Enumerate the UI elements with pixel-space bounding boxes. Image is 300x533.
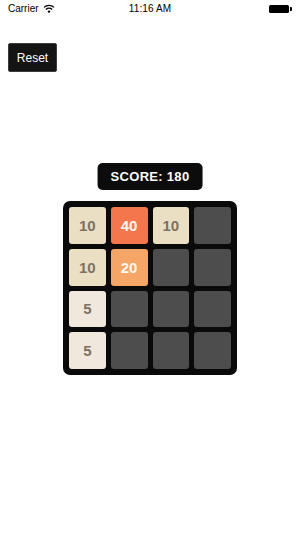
empty-cell bbox=[153, 249, 190, 286]
status-bar: Carrier 11:16 AM bbox=[0, 0, 300, 17]
carrier-label: Carrier bbox=[8, 3, 39, 14]
clock: 11:16 AM bbox=[129, 3, 171, 14]
tile-5: 5 bbox=[69, 291, 106, 328]
empty-cell bbox=[111, 291, 148, 328]
tile-10: 10 bbox=[153, 207, 190, 244]
reset-button[interactable]: Reset bbox=[8, 43, 57, 72]
empty-cell bbox=[194, 332, 231, 369]
empty-cell bbox=[153, 332, 190, 369]
empty-cell bbox=[194, 207, 231, 244]
board-grid[interactable]: 104010102055 bbox=[63, 201, 237, 375]
status-bar-right bbox=[269, 5, 292, 13]
empty-cell bbox=[194, 249, 231, 286]
empty-cell bbox=[153, 291, 190, 328]
tile-20: 20 bbox=[111, 249, 148, 286]
screen: Carrier 11:16 AM Reset SCORE: 180 104010… bbox=[0, 0, 300, 533]
tile-10: 10 bbox=[69, 207, 106, 244]
tile-5: 5 bbox=[69, 332, 106, 369]
empty-cell bbox=[194, 291, 231, 328]
tile-10: 10 bbox=[69, 249, 106, 286]
empty-cell bbox=[111, 332, 148, 369]
tile-40: 40 bbox=[111, 207, 148, 244]
wifi-icon bbox=[43, 4, 55, 13]
battery-icon bbox=[269, 5, 289, 13]
status-bar-left: Carrier bbox=[8, 3, 55, 14]
score-badge: SCORE: 180 bbox=[98, 163, 203, 190]
